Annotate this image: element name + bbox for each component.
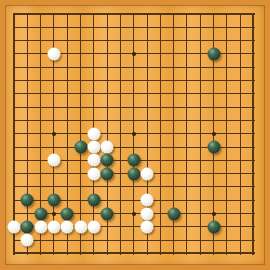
grid-line-horizontal [13,240,255,241]
white-stone [87,154,100,167]
white-stone [87,127,100,140]
grid-line-horizontal [13,252,255,254]
black-stone [34,207,47,220]
black-stone [207,141,220,154]
white-stone [87,141,100,154]
white-stone [87,220,100,233]
white-stone [47,154,60,167]
black-stone [87,194,100,207]
black-stone [101,154,114,167]
go-board-screenshot [0,0,270,270]
star-point [52,132,56,136]
white-stone [141,207,154,220]
white-stone [34,220,47,233]
black-stone [47,194,60,207]
white-stone [101,141,114,154]
star-point [132,132,136,136]
black-stone [21,220,34,233]
white-stone [141,220,154,233]
black-stone [21,194,34,207]
star-point [132,52,136,56]
grid-line-vertical [160,13,161,255]
white-stone [141,167,154,180]
grid-line-horizontal [13,186,255,187]
black-stone [74,141,87,154]
star-point [52,212,56,216]
white-stone [47,220,60,233]
white-stone [47,47,60,60]
white-stone [61,220,74,233]
black-stone [127,154,140,167]
white-stone [141,194,154,207]
white-stone [74,220,87,233]
white-stone [87,167,100,180]
black-stone [101,167,114,180]
black-stone [61,207,74,220]
star-point [212,132,216,136]
white-stone [8,220,21,233]
black-stone [207,47,220,60]
grid-line-vertical [186,13,187,255]
black-stone [101,207,114,220]
go-board[interactable] [5,5,265,265]
grid-line-vertical [200,13,201,255]
white-stone [21,234,34,247]
black-stone [167,207,180,220]
black-stone [207,220,220,233]
star-point [212,212,216,216]
grid-line-vertical [252,13,254,255]
star-point [132,212,136,216]
black-stone [127,167,140,180]
grid-line-vertical [226,13,227,255]
grid-line-vertical [240,13,241,255]
